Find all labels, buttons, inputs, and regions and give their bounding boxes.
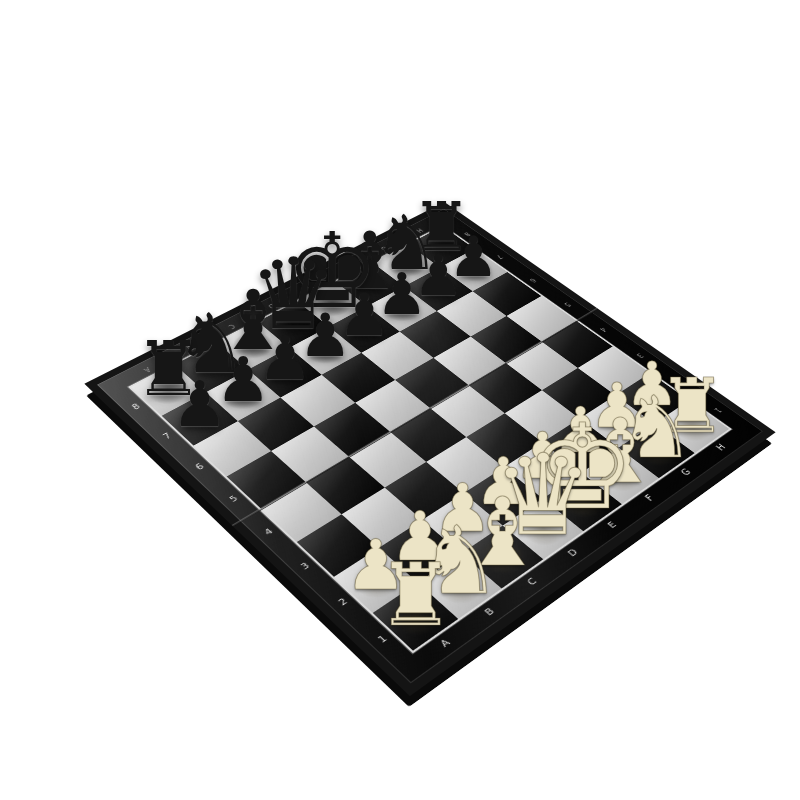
piece-white-rook-a1[interactable]: ♜ — [377, 552, 455, 639]
rank-label-far-5: 5 — [562, 301, 571, 307]
rank-label-far-6: 6 — [528, 277, 536, 282]
rank-label-far-4: 4 — [598, 326, 607, 332]
square-c5[interactable] — [314, 403, 390, 457]
rank-label-4: 4 — [262, 527, 274, 537]
piece-black-pawn-a7[interactable]: ♟ — [171, 373, 227, 436]
product-photo-page: { "game": "chess", "board_style": "foldi… — [0, 0, 800, 800]
square-b4[interactable] — [306, 456, 385, 514]
rank-label-3: 3 — [299, 561, 312, 571]
square-b5[interactable] — [271, 426, 349, 482]
square-d4[interactable] — [390, 408, 466, 462]
rank-label-6: 6 — [194, 462, 206, 471]
square-c4[interactable] — [349, 432, 427, 488]
rank-label-5: 5 — [227, 494, 239, 503]
square-a5[interactable] — [227, 451, 306, 509]
